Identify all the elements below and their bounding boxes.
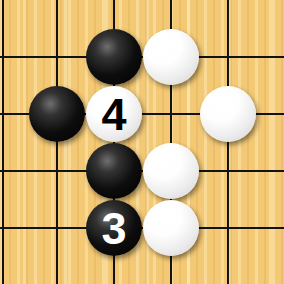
move-number-label: 3 xyxy=(101,206,126,251)
white-stone xyxy=(143,29,199,85)
black-stone xyxy=(86,143,142,199)
black-stone xyxy=(86,29,142,85)
grid-line-horizontal xyxy=(0,170,284,172)
white-stone xyxy=(143,143,199,199)
grid-line-horizontal xyxy=(0,56,284,58)
grid-line-vertical xyxy=(56,0,58,284)
grid-line-vertical xyxy=(227,0,229,284)
grid-line-horizontal xyxy=(0,227,284,229)
black-stone-move-3: 3 xyxy=(86,200,142,256)
white-stone xyxy=(143,200,199,256)
black-stone xyxy=(29,86,85,142)
go-board[interactable]: 43 xyxy=(0,0,284,284)
grid-line-vertical xyxy=(2,0,4,284)
white-stone xyxy=(200,86,256,142)
move-number-label: 4 xyxy=(101,92,126,137)
white-stone-move-4: 4 xyxy=(86,86,142,142)
